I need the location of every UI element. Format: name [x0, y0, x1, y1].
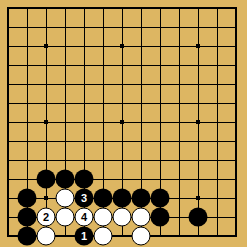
black-stone [151, 189, 170, 208]
black-stone [189, 208, 208, 227]
star-point [44, 120, 48, 124]
move-4-white-stone: 4 [75, 208, 94, 227]
star-point [44, 44, 48, 48]
black-stone [113, 189, 132, 208]
black-stone [18, 189, 37, 208]
black-stone [37, 170, 56, 189]
go-board[interactable]: 3241 [0, 0, 247, 247]
star-point [196, 120, 200, 124]
move-3-black-stone: 3 [75, 189, 94, 208]
white-stone [56, 189, 75, 208]
white-stone [56, 208, 75, 227]
star-point [120, 120, 124, 124]
move-number-label: 3 [81, 193, 87, 204]
grid-line-horizontal [7, 160, 237, 161]
black-stone [75, 170, 94, 189]
move-1-black-stone: 1 [75, 227, 94, 246]
star-point [44, 196, 48, 200]
move-number-label: 1 [81, 231, 87, 242]
black-stone [18, 227, 37, 246]
black-stone [56, 170, 75, 189]
grid-line-vertical [235, 7, 237, 237]
white-stone [94, 227, 113, 246]
white-stone [113, 208, 132, 227]
move-2-white-stone: 2 [37, 208, 56, 227]
move-number-label: 2 [43, 212, 49, 223]
star-point [196, 196, 200, 200]
black-stone [151, 208, 170, 227]
grid-line-vertical [179, 7, 180, 237]
black-stone [18, 208, 37, 227]
white-stone [132, 208, 151, 227]
move-number-label: 4 [81, 212, 87, 223]
grid-line-vertical [217, 7, 218, 237]
white-stone [37, 227, 56, 246]
black-stone [94, 189, 113, 208]
black-stone [132, 189, 151, 208]
star-point [120, 44, 124, 48]
star-point [196, 44, 200, 48]
white-stone [94, 208, 113, 227]
grid-line-horizontal [7, 141, 237, 142]
white-stone [132, 227, 151, 246]
